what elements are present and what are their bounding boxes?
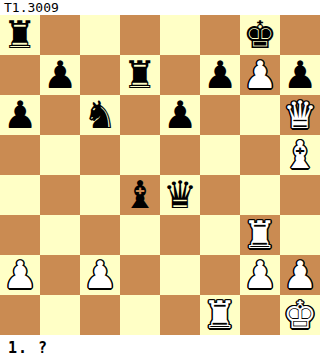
square-h1[interactable]: ♚ bbox=[280, 295, 320, 335]
square-a7[interactable] bbox=[0, 55, 40, 95]
square-f3[interactable] bbox=[200, 215, 240, 255]
square-c1[interactable] bbox=[80, 295, 120, 335]
piece-white-pawn[interactable]: ♟ bbox=[83, 255, 117, 295]
square-d4[interactable]: ♝ bbox=[120, 175, 160, 215]
square-h2[interactable]: ♟ bbox=[280, 255, 320, 295]
square-f8[interactable] bbox=[200, 15, 240, 55]
square-a5[interactable] bbox=[0, 135, 40, 175]
square-b2[interactable] bbox=[40, 255, 80, 295]
square-e1[interactable] bbox=[160, 295, 200, 335]
square-g6[interactable] bbox=[240, 95, 280, 135]
piece-black-rook[interactable]: ♜ bbox=[123, 55, 157, 95]
square-g8[interactable]: ♚ bbox=[240, 15, 280, 55]
square-f5[interactable] bbox=[200, 135, 240, 175]
square-h3[interactable] bbox=[280, 215, 320, 255]
piece-black-pawn[interactable]: ♟ bbox=[203, 55, 237, 95]
square-c7[interactable] bbox=[80, 55, 120, 95]
square-e6[interactable]: ♟ bbox=[160, 95, 200, 135]
piece-black-rook[interactable]: ♜ bbox=[3, 15, 37, 55]
piece-white-king[interactable]: ♚ bbox=[283, 295, 317, 335]
square-b4[interactable] bbox=[40, 175, 80, 215]
piece-white-pawn[interactable]: ♟ bbox=[243, 55, 277, 95]
square-c2[interactable]: ♟ bbox=[80, 255, 120, 295]
square-c3[interactable] bbox=[80, 215, 120, 255]
piece-black-pawn[interactable]: ♟ bbox=[283, 55, 317, 95]
piece-black-knight[interactable]: ♞ bbox=[83, 95, 117, 135]
square-d2[interactable] bbox=[120, 255, 160, 295]
puzzle-title-bar: T1.3009 bbox=[0, 0, 320, 15]
square-a4[interactable] bbox=[0, 175, 40, 215]
square-d1[interactable] bbox=[120, 295, 160, 335]
square-d7[interactable]: ♜ bbox=[120, 55, 160, 95]
square-a6[interactable]: ♟ bbox=[0, 95, 40, 135]
square-g4[interactable] bbox=[240, 175, 280, 215]
piece-white-rook[interactable]: ♜ bbox=[203, 295, 237, 335]
piece-black-pawn[interactable]: ♟ bbox=[43, 55, 77, 95]
square-f7[interactable]: ♟ bbox=[200, 55, 240, 95]
square-b7[interactable]: ♟ bbox=[40, 55, 80, 95]
square-d8[interactable] bbox=[120, 15, 160, 55]
square-g5[interactable] bbox=[240, 135, 280, 175]
square-h4[interactable] bbox=[280, 175, 320, 215]
square-c4[interactable] bbox=[80, 175, 120, 215]
square-g2[interactable]: ♟ bbox=[240, 255, 280, 295]
square-h8[interactable] bbox=[280, 15, 320, 55]
square-h5[interactable]: ♝ bbox=[280, 135, 320, 175]
puzzle-title: T1.3009 bbox=[4, 1, 59, 14]
square-e8[interactable] bbox=[160, 15, 200, 55]
square-a1[interactable] bbox=[0, 295, 40, 335]
square-h6[interactable]: ♛ bbox=[280, 95, 320, 135]
piece-white-rook[interactable]: ♜ bbox=[243, 215, 277, 255]
square-c8[interactable] bbox=[80, 15, 120, 55]
square-f6[interactable] bbox=[200, 95, 240, 135]
piece-black-pawn[interactable]: ♟ bbox=[163, 95, 197, 135]
square-d6[interactable] bbox=[120, 95, 160, 135]
piece-white-bishop[interactable]: ♝ bbox=[283, 135, 317, 175]
piece-white-pawn[interactable]: ♟ bbox=[243, 255, 277, 295]
piece-white-queen[interactable]: ♛ bbox=[283, 95, 317, 135]
square-b8[interactable] bbox=[40, 15, 80, 55]
square-c6[interactable]: ♞ bbox=[80, 95, 120, 135]
square-e7[interactable] bbox=[160, 55, 200, 95]
square-f1[interactable]: ♜ bbox=[200, 295, 240, 335]
square-f4[interactable] bbox=[200, 175, 240, 215]
move-prompt: 1. ? bbox=[8, 339, 48, 357]
square-e2[interactable] bbox=[160, 255, 200, 295]
square-h7[interactable]: ♟ bbox=[280, 55, 320, 95]
piece-white-pawn[interactable]: ♟ bbox=[283, 255, 317, 295]
square-a8[interactable]: ♜ bbox=[0, 15, 40, 55]
chess-board: ♜♚♟♜♟♟♟♟♞♟♛♝♝♛♜♟♟♟♟♜♚ bbox=[0, 15, 320, 335]
square-d5[interactable] bbox=[120, 135, 160, 175]
square-b1[interactable] bbox=[40, 295, 80, 335]
square-c5[interactable] bbox=[80, 135, 120, 175]
square-f2[interactable] bbox=[200, 255, 240, 295]
square-g3[interactable]: ♜ bbox=[240, 215, 280, 255]
square-e4[interactable]: ♛ bbox=[160, 175, 200, 215]
square-b5[interactable] bbox=[40, 135, 80, 175]
square-a2[interactable]: ♟ bbox=[0, 255, 40, 295]
piece-black-pawn[interactable]: ♟ bbox=[3, 95, 37, 135]
square-b6[interactable] bbox=[40, 95, 80, 135]
square-e3[interactable] bbox=[160, 215, 200, 255]
piece-white-pawn[interactable]: ♟ bbox=[3, 255, 37, 295]
square-g1[interactable] bbox=[240, 295, 280, 335]
square-g7[interactable]: ♟ bbox=[240, 55, 280, 95]
square-d3[interactable] bbox=[120, 215, 160, 255]
move-prompt-bar: 1. ? bbox=[0, 335, 320, 360]
piece-black-bishop[interactable]: ♝ bbox=[123, 175, 157, 215]
square-b3[interactable] bbox=[40, 215, 80, 255]
square-a3[interactable] bbox=[0, 215, 40, 255]
square-e5[interactable] bbox=[160, 135, 200, 175]
piece-black-king[interactable]: ♚ bbox=[243, 15, 277, 55]
piece-black-queen[interactable]: ♛ bbox=[163, 175, 197, 215]
